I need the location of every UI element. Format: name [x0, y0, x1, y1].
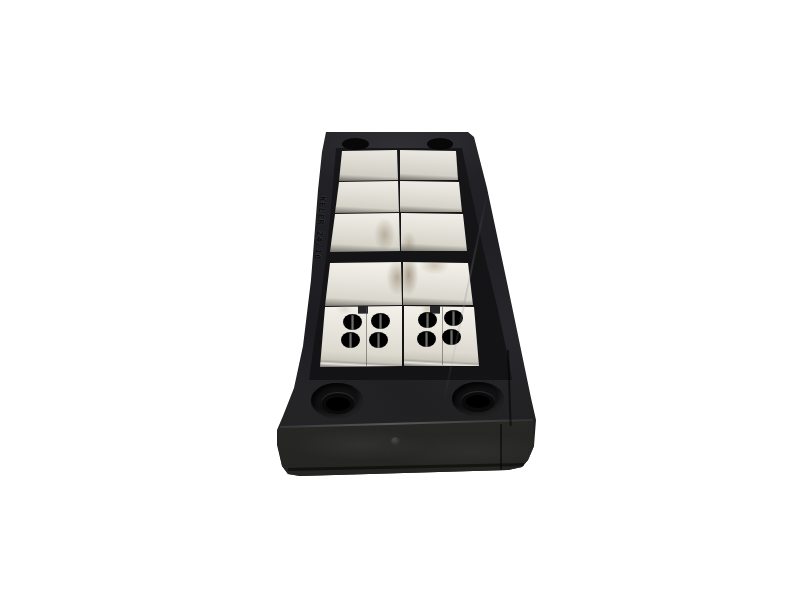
- contact-plate-r2-right: [400, 181, 462, 212]
- terminal-plate-left: [320, 306, 402, 367]
- ejector-pin-mark: [391, 437, 400, 445]
- wire-hole-right-1: [418, 312, 437, 328]
- contact-plate-r1-left: [339, 150, 398, 181]
- product-photo: KELER 24/10: [0, 0, 800, 600]
- large-plate-left: [325, 262, 402, 306]
- contact-plate-r3-right: [401, 213, 467, 251]
- wire-hole-right-3: [417, 331, 436, 347]
- mounting-hole-near-left-bore: [326, 397, 350, 411]
- wire-hole-left-1: [343, 314, 362, 330]
- mounting-hole-far-left: [342, 138, 369, 150]
- mounting-hole-near-right-bore: [466, 395, 490, 408]
- front-face-seam: [500, 424, 502, 470]
- terminal-seam-left: [366, 307, 367, 366]
- contact-plate-r3-left: [330, 213, 400, 252]
- contact-plate-r2-left: [335, 181, 399, 213]
- wire-hole-left-4: [369, 332, 388, 348]
- mounting-hole-far-right: [427, 138, 453, 150]
- wire-hole-left-2: [371, 313, 390, 329]
- large-plate-right: [403, 262, 473, 305]
- contact-plate-r1-right: [400, 150, 458, 180]
- wire-hole-left-3: [341, 332, 360, 348]
